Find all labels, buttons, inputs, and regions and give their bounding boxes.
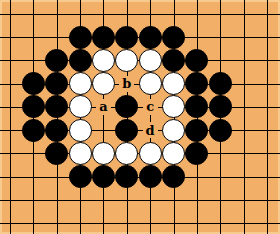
board-point-c11-r3[interactable] — [232, 49, 255, 72]
board-point-c3-r5[interactable] — [45, 95, 68, 118]
board-point-c6-r2[interactable] — [115, 26, 138, 49]
board-point-c11-r9[interactable] — [232, 188, 255, 211]
board-point-c12-r8[interactable] — [255, 165, 278, 188]
board-point-c7-r10[interactable] — [138, 211, 161, 234]
board-point-c5-r6[interactable] — [92, 118, 115, 141]
board-point-c11-r8[interactable] — [232, 165, 255, 188]
board-point-c8-r8[interactable] — [162, 165, 185, 188]
board-point-c9-r8[interactable] — [185, 165, 208, 188]
board-point-c10-r2[interactable] — [209, 26, 232, 49]
board-point-c6-r6[interactable] — [115, 118, 138, 141]
board-point-c2-r10[interactable] — [22, 211, 45, 234]
board-point-c1-r8[interactable] — [0, 165, 22, 188]
board-point-c8-r1[interactable] — [162, 2, 185, 25]
board-point-c2-r6[interactable] — [22, 118, 45, 141]
board-point-c6-r5[interactable] — [115, 95, 138, 118]
board-point-c9-r5[interactable] — [185, 95, 208, 118]
board-point-c10-r5[interactable] — [209, 95, 232, 118]
board-point-c12-r2[interactable] — [255, 26, 278, 49]
black-stone — [45, 49, 68, 72]
black-stone — [22, 95, 45, 118]
board-point-c6-r1[interactable] — [115, 2, 138, 25]
black-stone — [45, 95, 68, 118]
black-stone — [162, 49, 185, 72]
board-point-c3-r4[interactable] — [45, 72, 68, 95]
board-point-c7-r7[interactable] — [138, 142, 161, 165]
board-point-c10-r10[interactable] — [209, 211, 232, 234]
black-stone — [209, 95, 232, 118]
board-point-c11-r1[interactable] — [232, 2, 255, 25]
black-stone — [185, 95, 208, 118]
board-point-c7-r3[interactable] — [138, 49, 161, 72]
board-point-c5-r8[interactable] — [92, 165, 115, 188]
white-stone — [92, 49, 115, 72]
board-point-c5-r10[interactable] — [92, 211, 115, 234]
board-point-c9-r2[interactable] — [185, 26, 208, 49]
black-stone — [139, 26, 162, 49]
black-stone — [69, 49, 92, 72]
board-point-c1-r7[interactable] — [0, 142, 22, 165]
black-stone — [92, 26, 115, 49]
board-point-c12-r9[interactable] — [255, 188, 278, 211]
board-point-c10-r6[interactable] — [209, 118, 232, 141]
black-stone — [22, 119, 45, 142]
board-point-c5-r3[interactable] — [92, 49, 115, 72]
board-point-c7-r2[interactable] — [138, 26, 161, 49]
board-point-c3-r1[interactable] — [45, 2, 68, 25]
board-point-c2-r1[interactable] — [22, 2, 45, 25]
white-stone — [162, 95, 185, 118]
board-point-c6-r9[interactable] — [115, 188, 138, 211]
board-point-c6-r4[interactable]: b — [115, 72, 138, 95]
board-point-c9-r1[interactable] — [185, 2, 208, 25]
board-point-c4-r10[interactable] — [68, 211, 91, 234]
white-stone — [162, 72, 185, 95]
board-point-c8-r3[interactable] — [162, 49, 185, 72]
board-point-c12-r3[interactable] — [255, 49, 278, 72]
board-point-c10-r3[interactable] — [209, 49, 232, 72]
board-point-c7-r8[interactable] — [138, 165, 161, 188]
black-stone — [45, 72, 68, 95]
white-stone — [162, 142, 185, 165]
black-stone — [185, 119, 208, 142]
board-point-c10-r9[interactable] — [209, 188, 232, 211]
point-label-b: b — [119, 76, 134, 92]
board-point-c11-r7[interactable] — [232, 142, 255, 165]
white-stone — [139, 142, 162, 165]
board-point-c9-r4[interactable] — [185, 72, 208, 95]
board-point-c4-r5[interactable] — [68, 95, 91, 118]
black-stone — [115, 95, 138, 118]
board-point-c3-r7[interactable] — [45, 142, 68, 165]
board-point-c8-r6[interactable] — [162, 118, 185, 141]
board-point-c10-r8[interactable] — [209, 165, 232, 188]
black-stone — [185, 72, 208, 95]
board-point-c12-r6[interactable] — [255, 118, 278, 141]
board-point-c1-r10[interactable] — [0, 211, 22, 234]
board-point-c3-r9[interactable] — [45, 188, 68, 211]
black-stone — [69, 26, 92, 49]
board-point-c1-r4[interactable] — [0, 72, 22, 95]
go-board: bacd — [0, 0, 280, 234]
board-point-c2-r7[interactable] — [22, 142, 45, 165]
board-point-c8-r5[interactable] — [162, 95, 185, 118]
board-point-c1-r6[interactable] — [0, 118, 22, 141]
white-stone — [69, 142, 92, 165]
board-point-c11-r5[interactable] — [232, 95, 255, 118]
board-point-c4-r4[interactable] — [68, 72, 91, 95]
board-point-c3-r3[interactable] — [45, 49, 68, 72]
board-point-c7-r5[interactable]: c — [138, 95, 161, 118]
board-point-c10-r1[interactable] — [209, 2, 232, 25]
board-point-c5-r7[interactable] — [92, 142, 115, 165]
board-point-c9-r9[interactable] — [185, 188, 208, 211]
board-point-c9-r7[interactable] — [185, 142, 208, 165]
black-stone — [209, 119, 232, 142]
black-stone — [115, 26, 138, 49]
black-stone — [162, 26, 185, 49]
board-point-c5-r2[interactable] — [92, 26, 115, 49]
board-point-c6-r10[interactable] — [115, 211, 138, 234]
board-point-c5-r4[interactable] — [92, 72, 115, 95]
board-point-c1-r9[interactable] — [0, 188, 22, 211]
black-stone — [69, 165, 92, 188]
black-stone — [45, 119, 68, 142]
board-point-c9-r6[interactable] — [185, 118, 208, 141]
white-stone — [139, 72, 162, 95]
board-point-c8-r7[interactable] — [162, 142, 185, 165]
board-point-c2-r4[interactable] — [22, 72, 45, 95]
board-point-c3-r8[interactable] — [45, 165, 68, 188]
board-point-c3-r6[interactable] — [45, 118, 68, 141]
board-point-c7-r4[interactable] — [138, 72, 161, 95]
board-point-c8-r9[interactable] — [162, 188, 185, 211]
board-point-c7-r1[interactable] — [138, 2, 161, 25]
black-stone — [162, 165, 185, 188]
board-point-c11-r2[interactable] — [232, 26, 255, 49]
board-point-c4-r2[interactable] — [68, 26, 91, 49]
board-point-c5-r9[interactable] — [92, 188, 115, 211]
white-stone — [69, 119, 92, 142]
board-point-c2-r5[interactable] — [22, 95, 45, 118]
board-point-c5-r1[interactable] — [92, 2, 115, 25]
board-point-c4-r8[interactable] — [68, 165, 91, 188]
board-point-c4-r6[interactable] — [68, 118, 91, 141]
black-stone — [185, 142, 208, 165]
board-point-c4-r1[interactable] — [68, 2, 91, 25]
board-point-c4-r9[interactable] — [68, 188, 91, 211]
white-stone — [92, 142, 115, 165]
white-stone — [115, 142, 138, 165]
board-point-c12-r10[interactable] — [255, 211, 278, 234]
white-stone — [162, 119, 185, 142]
board-point-c12-r5[interactable] — [255, 95, 278, 118]
white-stone — [69, 95, 92, 118]
black-stone — [115, 165, 138, 188]
black-stone — [22, 72, 45, 95]
white-stone — [115, 49, 138, 72]
point-label-a: a — [96, 99, 111, 115]
point-label-c: c — [143, 99, 158, 115]
board-point-c2-r2[interactable] — [22, 26, 45, 49]
board-point-c5-r5[interactable]: a — [92, 95, 115, 118]
board-point-c11-r4[interactable] — [232, 72, 255, 95]
black-stone — [115, 119, 138, 142]
black-stone — [209, 72, 232, 95]
point-label-d: d — [143, 122, 158, 138]
board-points-grid: bacd — [0, 2, 279, 234]
board-point-c2-r3[interactable] — [22, 49, 45, 72]
board-point-c3-r2[interactable] — [45, 26, 68, 49]
board-point-c2-r9[interactable] — [22, 188, 45, 211]
board-point-c7-r9[interactable] — [138, 188, 161, 211]
white-stone — [69, 72, 92, 95]
board-point-c4-r3[interactable] — [68, 49, 91, 72]
board-point-c4-r7[interactable] — [68, 142, 91, 165]
board-point-c1-r3[interactable] — [0, 49, 22, 72]
board-point-c2-r8[interactable] — [22, 165, 45, 188]
white-stone — [139, 49, 162, 72]
board-point-c8-r2[interactable] — [162, 26, 185, 49]
board-point-c3-r10[interactable] — [45, 211, 68, 234]
board-point-c9-r3[interactable] — [185, 49, 208, 72]
board-point-c10-r4[interactable] — [209, 72, 232, 95]
black-stone — [92, 165, 115, 188]
board-point-c7-r6[interactable]: d — [138, 118, 161, 141]
board-point-c6-r3[interactable] — [115, 49, 138, 72]
black-stone — [139, 165, 162, 188]
board-point-c12-r4[interactable] — [255, 72, 278, 95]
board-point-c1-r2[interactable] — [0, 26, 22, 49]
board-point-c12-r1[interactable] — [255, 2, 278, 25]
board-point-c6-r8[interactable] — [115, 165, 138, 188]
board-point-c1-r5[interactable] — [0, 95, 22, 118]
board-point-c9-r10[interactable] — [185, 211, 208, 234]
board-point-c8-r4[interactable] — [162, 72, 185, 95]
board-point-c11-r10[interactable] — [232, 211, 255, 234]
white-stone — [92, 72, 115, 95]
board-point-c11-r6[interactable] — [232, 118, 255, 141]
black-stone — [45, 142, 68, 165]
black-stone — [185, 49, 208, 72]
board-point-c1-r1[interactable] — [0, 2, 22, 25]
board-point-c10-r7[interactable] — [209, 142, 232, 165]
board-point-c8-r10[interactable] — [162, 211, 185, 234]
board-point-c6-r7[interactable] — [115, 142, 138, 165]
board-point-c12-r7[interactable] — [255, 142, 278, 165]
